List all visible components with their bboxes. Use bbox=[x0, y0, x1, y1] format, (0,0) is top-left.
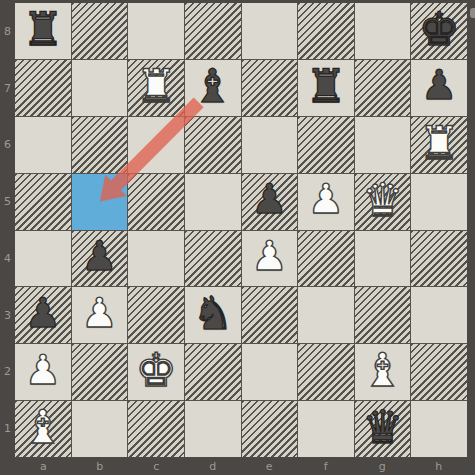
square-c7[interactable]: ♜ bbox=[128, 60, 184, 116]
square-d1[interactable] bbox=[185, 401, 241, 457]
square-a2[interactable]: ♟ bbox=[15, 344, 71, 400]
square-a3[interactable]: ♟ bbox=[15, 287, 71, 343]
black-pawn-a3[interactable]: ♟ bbox=[24, 293, 61, 334]
square-d5[interactable] bbox=[185, 174, 241, 230]
square-c8[interactable] bbox=[128, 3, 184, 59]
square-h3[interactable] bbox=[411, 287, 467, 343]
square-h6[interactable]: ♜ bbox=[411, 117, 467, 173]
square-g5[interactable]: ♛ bbox=[355, 174, 411, 230]
square-e7[interactable] bbox=[242, 60, 298, 116]
cropped-corner-icon bbox=[470, 8, 475, 18]
square-h7[interactable]: ♟ bbox=[411, 60, 467, 116]
rank-label-3: 3 bbox=[0, 287, 15, 344]
chess-board: ♜♚♜♝♜♟♜♟♟♛♟♟♟♟♞♟♚♝♝♛ bbox=[15, 3, 467, 457]
square-d4[interactable] bbox=[185, 231, 241, 287]
square-g8[interactable] bbox=[355, 3, 411, 59]
rank-label-4: 4 bbox=[0, 230, 15, 287]
black-pawn-b4[interactable]: ♟ bbox=[81, 236, 118, 277]
square-h4[interactable] bbox=[411, 231, 467, 287]
rank-label-8: 8 bbox=[0, 3, 15, 60]
square-a6[interactable] bbox=[15, 117, 71, 173]
black-rook-a8[interactable]: ♜ bbox=[22, 6, 63, 52]
square-b6[interactable] bbox=[72, 117, 128, 173]
file-label-d: d bbox=[185, 457, 242, 475]
white-rook-c7[interactable]: ♜ bbox=[135, 63, 176, 109]
square-g7[interactable] bbox=[355, 60, 411, 116]
rank-label-1: 1 bbox=[0, 400, 15, 457]
file-coordinates: abcdefgh bbox=[15, 457, 467, 475]
file-label-g: g bbox=[354, 457, 411, 475]
square-e1[interactable] bbox=[242, 401, 298, 457]
square-a1[interactable]: ♝ bbox=[15, 401, 71, 457]
black-pawn-h7[interactable]: ♟ bbox=[421, 65, 458, 106]
square-d8[interactable] bbox=[185, 3, 241, 59]
square-e4[interactable]: ♟ bbox=[242, 231, 298, 287]
square-g3[interactable] bbox=[355, 287, 411, 343]
file-label-a: a bbox=[15, 457, 72, 475]
square-c5[interactable] bbox=[128, 174, 184, 230]
white-pawn-a2[interactable]: ♟ bbox=[24, 350, 61, 391]
square-b4[interactable]: ♟ bbox=[72, 231, 128, 287]
square-b3[interactable]: ♟ bbox=[72, 287, 128, 343]
square-g2[interactable]: ♝ bbox=[355, 344, 411, 400]
square-e3[interactable] bbox=[242, 287, 298, 343]
black-knight-d3[interactable]: ♞ bbox=[192, 290, 233, 336]
white-pawn-f5[interactable]: ♟ bbox=[308, 179, 345, 220]
square-d2[interactable] bbox=[185, 344, 241, 400]
square-f6[interactable] bbox=[298, 117, 354, 173]
white-queen-g5[interactable]: ♛ bbox=[362, 177, 403, 223]
square-a8[interactable]: ♜ bbox=[15, 3, 71, 59]
square-e5[interactable]: ♟ bbox=[242, 174, 298, 230]
square-b1[interactable] bbox=[72, 401, 128, 457]
square-e6[interactable] bbox=[242, 117, 298, 173]
square-b8[interactable] bbox=[72, 3, 128, 59]
white-bishop-g2[interactable]: ♝ bbox=[362, 347, 403, 393]
square-b5[interactable] bbox=[72, 174, 128, 230]
square-h5[interactable] bbox=[411, 174, 467, 230]
square-d6[interactable] bbox=[185, 117, 241, 173]
square-f1[interactable] bbox=[298, 401, 354, 457]
square-g1[interactable]: ♛ bbox=[355, 401, 411, 457]
file-label-h: h bbox=[411, 457, 468, 475]
rank-label-7: 7 bbox=[0, 60, 15, 117]
square-b7[interactable] bbox=[72, 60, 128, 116]
square-b2[interactable] bbox=[72, 344, 128, 400]
square-a4[interactable] bbox=[15, 231, 71, 287]
square-c1[interactable] bbox=[128, 401, 184, 457]
square-g6[interactable] bbox=[355, 117, 411, 173]
file-label-c: c bbox=[128, 457, 185, 475]
square-f8[interactable] bbox=[298, 3, 354, 59]
white-king-c2[interactable]: ♚ bbox=[135, 347, 176, 393]
square-g4[interactable] bbox=[355, 231, 411, 287]
square-e2[interactable] bbox=[242, 344, 298, 400]
file-label-e: e bbox=[241, 457, 298, 475]
square-d7[interactable]: ♝ bbox=[185, 60, 241, 116]
rank-label-5: 5 bbox=[0, 173, 15, 230]
chess-app-window: ♜♚♜♝♜♟♜♟♟♛♟♟♟♟♞♟♚♝♝♛ 87654321 abcdefgh bbox=[0, 0, 475, 475]
square-h2[interactable] bbox=[411, 344, 467, 400]
white-rook-h6[interactable]: ♜ bbox=[419, 120, 460, 166]
black-rook-f7[interactable]: ♜ bbox=[305, 63, 346, 109]
square-h8[interactable]: ♚ bbox=[411, 3, 467, 59]
black-pawn-e5[interactable]: ♟ bbox=[251, 179, 288, 220]
black-queen-g1[interactable]: ♛ bbox=[362, 404, 403, 450]
square-a5[interactable] bbox=[15, 174, 71, 230]
white-pawn-e4[interactable]: ♟ bbox=[251, 236, 288, 277]
square-a7[interactable] bbox=[15, 60, 71, 116]
square-f4[interactable] bbox=[298, 231, 354, 287]
square-c4[interactable] bbox=[128, 231, 184, 287]
square-c2[interactable]: ♚ bbox=[128, 344, 184, 400]
square-f2[interactable] bbox=[298, 344, 354, 400]
square-f5[interactable]: ♟ bbox=[298, 174, 354, 230]
rank-label-6: 6 bbox=[0, 117, 15, 174]
square-e8[interactable] bbox=[242, 3, 298, 59]
square-f3[interactable] bbox=[298, 287, 354, 343]
rank-coordinates: 87654321 bbox=[0, 3, 15, 457]
rank-label-2: 2 bbox=[0, 344, 15, 401]
black-bishop-d7[interactable]: ♝ bbox=[192, 63, 233, 109]
square-c3[interactable] bbox=[128, 287, 184, 343]
square-f7[interactable]: ♜ bbox=[298, 60, 354, 116]
square-h1[interactable] bbox=[411, 401, 467, 457]
square-d3[interactable]: ♞ bbox=[185, 287, 241, 343]
white-pawn-b3[interactable]: ♟ bbox=[81, 293, 118, 334]
white-bishop-a1[interactable]: ♝ bbox=[22, 404, 63, 450]
black-king-h8[interactable]: ♚ bbox=[419, 6, 460, 52]
file-label-f: f bbox=[298, 457, 355, 475]
square-c6[interactable] bbox=[128, 117, 184, 173]
file-label-b: b bbox=[72, 457, 129, 475]
